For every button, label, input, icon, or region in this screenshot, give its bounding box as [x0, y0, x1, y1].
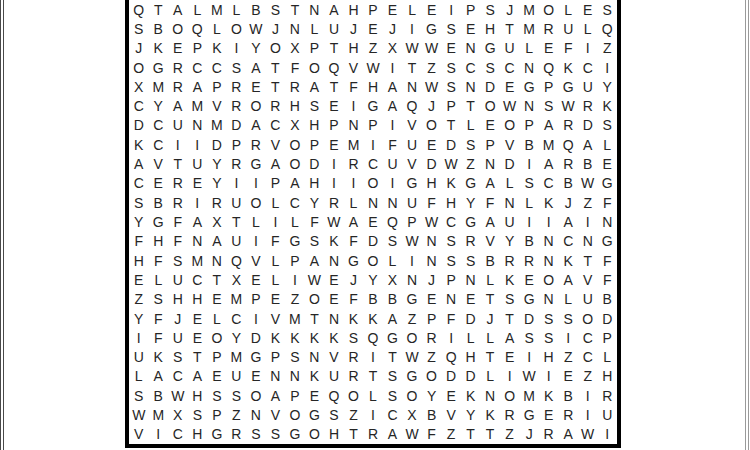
grid-cell[interactable]: H [324, 425, 344, 444]
grid-cell[interactable]: O [227, 19, 247, 38]
grid-cell[interactable]: W [500, 97, 520, 116]
grid-cell[interactable]: W [578, 425, 598, 444]
grid-cell[interactable]: N [324, 309, 344, 328]
grid-cell[interactable]: N [305, 347, 325, 366]
grid-cell[interactable]: K [285, 328, 305, 347]
grid-cell[interactable]: N [266, 367, 286, 386]
grid-cell[interactable]: T [305, 309, 325, 328]
grid-cell[interactable]: H [461, 347, 481, 366]
grid-cell[interactable]: D [129, 116, 149, 135]
grid-cell[interactable]: G [597, 232, 617, 251]
grid-cell[interactable]: C [578, 58, 598, 77]
grid-cell[interactable]: L [558, 0, 578, 19]
grid-cell[interactable]: R [461, 232, 481, 251]
grid-cell[interactable]: L [246, 212, 266, 231]
grid-cell[interactable]: N [578, 232, 598, 251]
grid-cell[interactable]: H [344, 0, 364, 19]
grid-cell[interactable]: T [480, 425, 500, 444]
grid-cell[interactable]: K [558, 251, 578, 270]
grid-cell[interactable]: A [207, 232, 227, 251]
grid-cell[interactable]: R [558, 116, 578, 135]
grid-cell[interactable]: T [363, 367, 383, 386]
grid-cell[interactable]: H [422, 174, 442, 193]
grid-cell[interactable]: F [129, 232, 149, 251]
grid-cell[interactable]: S [597, 116, 617, 135]
grid-cell[interactable]: T [324, 39, 344, 58]
grid-cell[interactable]: W [324, 212, 344, 231]
grid-cell[interactable]: O [500, 116, 520, 135]
grid-cell[interactable]: H [441, 193, 461, 212]
grid-cell[interactable]: N [383, 193, 403, 212]
grid-cell[interactable]: I [344, 97, 364, 116]
grid-cell[interactable]: V [578, 270, 598, 289]
grid-cell[interactable]: S [441, 58, 461, 77]
grid-cell[interactable]: J [480, 309, 500, 328]
grid-cell[interactable]: G [363, 97, 383, 116]
grid-cell[interactable]: K [597, 97, 617, 116]
grid-cell[interactable]: N [519, 58, 539, 77]
grid-cell[interactable]: E [266, 290, 286, 309]
grid-cell[interactable]: S [539, 309, 559, 328]
grid-cell[interactable]: O [129, 58, 149, 77]
grid-cell[interactable]: Y [422, 386, 442, 405]
grid-cell[interactable]: R [500, 405, 520, 424]
grid-cell[interactable]: O [285, 154, 305, 173]
grid-cell[interactable]: K [500, 270, 520, 289]
grid-cell[interactable]: O [422, 116, 442, 135]
grid-cell[interactable]: Y [305, 193, 325, 212]
grid-cell[interactable]: T [383, 347, 403, 366]
grid-cell[interactable]: B [519, 232, 539, 251]
grid-cell[interactable]: I [227, 39, 247, 58]
grid-cell[interactable]: N [597, 212, 617, 231]
grid-cell[interactable]: R [168, 77, 188, 96]
grid-cell[interactable]: A [149, 367, 169, 386]
grid-cell[interactable]: T [149, 0, 169, 19]
grid-cell[interactable]: M [344, 135, 364, 154]
grid-cell[interactable]: V [441, 405, 461, 424]
grid-cell[interactable]: E [149, 174, 169, 193]
grid-cell[interactable]: G [402, 174, 422, 193]
grid-cell[interactable]: K [539, 386, 559, 405]
grid-cell[interactable]: S [500, 290, 520, 309]
grid-cell[interactable]: C [441, 212, 461, 231]
grid-cell[interactable]: N [461, 270, 481, 289]
grid-cell[interactable]: R [363, 425, 383, 444]
grid-cell[interactable]: A [188, 77, 208, 96]
grid-cell[interactable]: B [519, 135, 539, 154]
grid-cell[interactable]: K [344, 309, 364, 328]
grid-cell[interactable]: E [383, 0, 403, 19]
grid-cell[interactable]: U [402, 135, 422, 154]
grid-cell[interactable]: H [363, 77, 383, 96]
grid-cell[interactable]: L [461, 328, 481, 347]
grid-cell[interactable]: D [500, 154, 520, 173]
grid-cell[interactable]: E [324, 270, 344, 289]
grid-cell[interactable]: A [168, 0, 188, 19]
grid-cell[interactable]: P [539, 77, 559, 96]
grid-cell[interactable]: S [480, 0, 500, 19]
grid-cell[interactable]: S [266, 425, 286, 444]
grid-cell[interactable]: D [480, 77, 500, 96]
grid-cell[interactable]: I [578, 39, 598, 58]
grid-cell[interactable]: P [441, 97, 461, 116]
grid-cell[interactable]: W [305, 270, 325, 289]
grid-cell[interactable]: O [305, 290, 325, 309]
grid-cell[interactable]: S [129, 386, 149, 405]
grid-cell[interactable]: L [129, 367, 149, 386]
grid-cell[interactable]: Z [422, 347, 442, 366]
grid-cell[interactable]: E [461, 19, 481, 38]
grid-cell[interactable]: S [383, 232, 403, 251]
grid-cell[interactable]: T [500, 19, 520, 38]
grid-cell[interactable]: S [305, 232, 325, 251]
grid-cell[interactable]: O [422, 367, 442, 386]
grid-cell[interactable]: G [149, 212, 169, 231]
grid-cell[interactable]: N [402, 270, 422, 289]
grid-cell[interactable]: W [246, 19, 266, 38]
grid-cell[interactable]: S [285, 347, 305, 366]
grid-cell[interactable]: E [207, 367, 227, 386]
grid-cell[interactable]: E [441, 386, 461, 405]
grid-cell[interactable]: R [519, 251, 539, 270]
grid-cell[interactable]: F [480, 193, 500, 212]
grid-cell[interactable]: L [363, 386, 383, 405]
grid-cell[interactable]: R [558, 154, 578, 173]
grid-cell[interactable]: B [149, 386, 169, 405]
grid-cell[interactable]: Q [539, 58, 559, 77]
grid-cell[interactable]: K [266, 328, 286, 347]
grid-cell[interactable]: C [207, 58, 227, 77]
grid-cell[interactable]: N [363, 193, 383, 212]
grid-cell[interactable]: S [441, 251, 461, 270]
grid-cell[interactable]: J [383, 19, 403, 38]
grid-cell[interactable]: U [227, 193, 247, 212]
grid-cell[interactable]: S [383, 386, 403, 405]
grid-cell[interactable]: F [149, 309, 169, 328]
grid-cell[interactable]: C [363, 154, 383, 173]
grid-cell[interactable]: N [500, 193, 520, 212]
grid-cell[interactable]: N [246, 405, 266, 424]
grid-cell[interactable]: I [558, 328, 578, 347]
grid-cell[interactable]: T [168, 154, 188, 173]
grid-cell[interactable]: E [441, 39, 461, 58]
grid-cell[interactable]: Y [149, 97, 169, 116]
grid-cell[interactable]: P [266, 174, 286, 193]
grid-cell[interactable]: V [266, 135, 286, 154]
grid-cell[interactable]: I [227, 174, 247, 193]
grid-cell[interactable]: S [480, 58, 500, 77]
grid-cell[interactable]: M [207, 116, 227, 135]
grid-cell[interactable]: D [597, 309, 617, 328]
grid-cell[interactable]: I [402, 19, 422, 38]
grid-cell[interactable]: C [168, 425, 188, 444]
grid-cell[interactable]: H [188, 386, 208, 405]
grid-cell[interactable]: S [539, 97, 559, 116]
grid-cell[interactable]: D [578, 116, 598, 135]
grid-cell[interactable]: N [422, 251, 442, 270]
grid-cell[interactable]: T [578, 251, 598, 270]
grid-cell[interactable]: R [168, 58, 188, 77]
grid-cell[interactable]: S [266, 0, 286, 19]
grid-cell[interactable]: S [597, 0, 617, 19]
grid-cell[interactable]: U [578, 290, 598, 309]
grid-cell[interactable]: O [305, 425, 325, 444]
grid-cell[interactable]: K [324, 328, 344, 347]
grid-cell[interactable]: B [558, 386, 578, 405]
grid-cell[interactable]: W [578, 174, 598, 193]
grid-cell[interactable]: F [558, 39, 578, 58]
grid-cell[interactable]: G [597, 174, 617, 193]
grid-cell[interactable]: L [207, 19, 227, 38]
grid-cell[interactable]: C [266, 116, 286, 135]
grid-cell[interactable]: R [539, 19, 559, 38]
grid-cell[interactable]: R [558, 405, 578, 424]
grid-cell[interactable]: R [266, 97, 286, 116]
grid-cell[interactable]: I [578, 212, 598, 231]
grid-cell[interactable]: T [402, 58, 422, 77]
grid-cell[interactable]: G [402, 290, 422, 309]
grid-cell[interactable]: O [578, 309, 598, 328]
grid-cell[interactable]: B [558, 174, 578, 193]
grid-cell[interactable]: Z [441, 425, 461, 444]
grid-cell[interactable]: A [480, 174, 500, 193]
grid-cell[interactable]: F [149, 251, 169, 270]
grid-cell[interactable]: X [168, 405, 188, 424]
grid-cell[interactable]: P [285, 386, 305, 405]
grid-cell[interactable]: O [539, 0, 559, 19]
grid-cell[interactable]: W [402, 39, 422, 58]
grid-cell[interactable]: U [383, 154, 403, 173]
grid-cell[interactable]: U [168, 116, 188, 135]
grid-cell[interactable]: K [305, 367, 325, 386]
grid-cell[interactable]: O [246, 97, 266, 116]
grid-cell[interactable]: I [188, 135, 208, 154]
grid-cell[interactable]: F [597, 251, 617, 270]
grid-cell[interactable]: U [402, 193, 422, 212]
grid-cell[interactable]: N [305, 0, 325, 19]
grid-cell[interactable]: S [227, 58, 247, 77]
grid-cell[interactable]: W [422, 77, 442, 96]
grid-cell[interactable]: U [578, 77, 598, 96]
grid-cell[interactable]: E [324, 97, 344, 116]
grid-cell[interactable]: C [500, 58, 520, 77]
grid-cell[interactable]: I [324, 174, 344, 193]
grid-cell[interactable]: Q [227, 251, 247, 270]
grid-cell[interactable]: O [285, 135, 305, 154]
grid-cell[interactable]: O [168, 19, 188, 38]
grid-cell[interactable]: P [207, 77, 227, 96]
grid-cell[interactable]: L [461, 116, 481, 135]
grid-cell[interactable]: K [207, 39, 227, 58]
grid-cell[interactable]: L [480, 270, 500, 289]
grid-cell[interactable]: O [402, 386, 422, 405]
grid-cell[interactable]: W [422, 212, 442, 231]
grid-cell[interactable]: Y [246, 39, 266, 58]
grid-cell[interactable]: G [519, 290, 539, 309]
grid-cell[interactable]: S [519, 174, 539, 193]
grid-cell[interactable]: Z [422, 58, 442, 77]
grid-cell[interactable]: M [227, 347, 247, 366]
grid-cell[interactable]: K [441, 174, 461, 193]
grid-cell[interactable]: Z [578, 193, 598, 212]
grid-cell[interactable]: R [168, 193, 188, 212]
grid-cell[interactable]: P [246, 290, 266, 309]
grid-cell[interactable]: Q [402, 97, 422, 116]
grid-cell[interactable]: L [519, 193, 539, 212]
grid-cell[interactable]: V [266, 405, 286, 424]
grid-cell[interactable]: P [227, 135, 247, 154]
grid-cell[interactable]: F [168, 232, 188, 251]
grid-cell[interactable]: M [519, 386, 539, 405]
grid-cell[interactable]: I [539, 212, 559, 231]
grid-cell[interactable]: M [207, 0, 227, 19]
grid-cell[interactable]: W [363, 58, 383, 77]
grid-cell[interactable]: O [266, 39, 286, 58]
grid-cell[interactable]: C [188, 270, 208, 289]
grid-cell[interactable]: L [305, 19, 325, 38]
grid-cell[interactable]: A [266, 154, 286, 173]
grid-cell[interactable]: I [597, 58, 617, 77]
grid-cell[interactable]: W [422, 39, 442, 58]
grid-cell[interactable]: A [539, 116, 559, 135]
grid-cell[interactable]: F [149, 328, 169, 347]
grid-cell[interactable]: C [285, 193, 305, 212]
grid-cell[interactable]: O [246, 386, 266, 405]
grid-cell[interactable]: N [461, 77, 481, 96]
grid-cell[interactable]: R [227, 97, 247, 116]
grid-cell[interactable]: M [519, 19, 539, 38]
grid-cell[interactable]: M [285, 309, 305, 328]
grid-cell[interactable]: A [188, 212, 208, 231]
grid-cell[interactable]: C [578, 347, 598, 366]
grid-cell[interactable]: E [246, 77, 266, 96]
grid-cell[interactable]: A [266, 386, 286, 405]
grid-cell[interactable]: Y [207, 154, 227, 173]
grid-cell[interactable]: L [578, 19, 598, 38]
grid-cell[interactable]: I [129, 328, 149, 347]
grid-cell[interactable]: W [441, 154, 461, 173]
grid-cell[interactable]: P [207, 347, 227, 366]
grid-cell[interactable]: I [285, 270, 305, 289]
grid-cell[interactable]: E [246, 270, 266, 289]
grid-cell[interactable]: E [246, 367, 266, 386]
grid-cell[interactable]: K [363, 309, 383, 328]
grid-cell[interactable]: I [519, 212, 539, 231]
grid-cell[interactable]: U [168, 328, 188, 347]
grid-cell[interactable]: L [558, 290, 578, 309]
grid-cell[interactable]: R [344, 154, 364, 173]
grid-cell[interactable]: L [266, 251, 286, 270]
grid-cell[interactable]: S [129, 193, 149, 212]
grid-cell[interactable]: H [480, 19, 500, 38]
grid-cell[interactable]: O [344, 386, 364, 405]
grid-cell[interactable]: F [266, 232, 286, 251]
grid-cell[interactable]: Z [597, 39, 617, 58]
grid-cell[interactable]: Q [441, 347, 461, 366]
grid-cell[interactable]: I [539, 367, 559, 386]
grid-cell[interactable]: P [324, 116, 344, 135]
grid-cell[interactable]: N [324, 251, 344, 270]
grid-cell[interactable]: G [149, 58, 169, 77]
grid-cell[interactable]: S [441, 232, 461, 251]
grid-cell[interactable]: E [363, 19, 383, 38]
grid-cell[interactable]: H [188, 290, 208, 309]
grid-cell[interactable]: R [227, 77, 247, 96]
grid-cell[interactable]: I [188, 193, 208, 212]
grid-cell[interactable]: S [324, 405, 344, 424]
grid-cell[interactable]: O [539, 270, 559, 289]
grid-cell[interactable]: G [246, 154, 266, 173]
grid-cell[interactable]: E [422, 135, 442, 154]
grid-cell[interactable]: H [168, 290, 188, 309]
grid-cell[interactable]: I [578, 386, 598, 405]
grid-cell[interactable]: E [558, 367, 578, 386]
grid-cell[interactable]: S [227, 386, 247, 405]
grid-cell[interactable]: Z [558, 347, 578, 366]
grid-cell[interactable]: F [383, 135, 403, 154]
grid-cell[interactable]: V [480, 232, 500, 251]
grid-cell[interactable]: H [305, 174, 325, 193]
grid-cell[interactable]: L [480, 328, 500, 347]
grid-cell[interactable]: L [519, 39, 539, 58]
grid-cell[interactable]: E [539, 405, 559, 424]
grid-cell[interactable]: I [519, 154, 539, 173]
grid-cell[interactable]: E [363, 212, 383, 231]
grid-cell[interactable]: L [402, 0, 422, 19]
grid-cell[interactable]: J [422, 97, 442, 116]
grid-cell[interactable]: E [207, 290, 227, 309]
grid-cell[interactable]: I [383, 116, 403, 135]
grid-cell[interactable]: I [578, 405, 598, 424]
grid-cell[interactable]: T [441, 116, 461, 135]
grid-cell[interactable]: C [129, 174, 149, 193]
grid-cell[interactable]: N [422, 232, 442, 251]
grid-cell[interactable]: G [285, 232, 305, 251]
grid-cell[interactable]: J [422, 270, 442, 289]
grid-cell[interactable]: P [305, 135, 325, 154]
grid-cell[interactable]: U [227, 367, 247, 386]
grid-cell[interactable]: U [597, 405, 617, 424]
grid-cell[interactable]: S [461, 135, 481, 154]
grid-cell[interactable]: Q [383, 212, 403, 231]
grid-cell[interactable]: R [227, 425, 247, 444]
grid-cell[interactable]: U [168, 270, 188, 289]
grid-cell[interactable]: V [402, 154, 422, 173]
grid-cell[interactable]: F [344, 290, 364, 309]
grid-cell[interactable]: W [558, 97, 578, 116]
grid-cell[interactable]: G [519, 405, 539, 424]
grid-cell[interactable]: L [149, 270, 169, 289]
grid-cell[interactable]: L [597, 347, 617, 366]
grid-cell[interactable]: X [383, 39, 403, 58]
grid-cell[interactable]: S [149, 290, 169, 309]
grid-cell[interactable]: M [519, 0, 539, 19]
grid-cell[interactable]: P [422, 309, 442, 328]
grid-cell[interactable]: F [422, 193, 442, 212]
grid-cell[interactable]: Y [500, 232, 520, 251]
grid-cell[interactable]: E [168, 39, 188, 58]
grid-cell[interactable]: S [461, 251, 481, 270]
grid-cell[interactable]: T [266, 58, 286, 77]
grid-cell[interactable]: S [539, 328, 559, 347]
grid-cell[interactable]: I [344, 174, 364, 193]
grid-cell[interactable]: G [344, 251, 364, 270]
grid-cell[interactable]: V [402, 116, 422, 135]
grid-cell[interactable]: G [461, 212, 481, 231]
grid-cell[interactable]: C [461, 58, 481, 77]
grid-cell[interactable]: Z [129, 290, 149, 309]
